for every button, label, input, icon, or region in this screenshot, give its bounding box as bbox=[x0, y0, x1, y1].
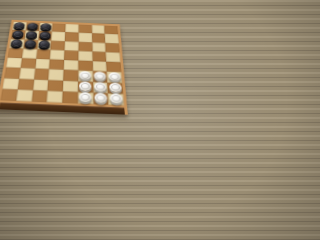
square-d1[interactable] bbox=[47, 91, 63, 103]
square-b4[interactable] bbox=[20, 58, 35, 69]
square-h4[interactable] bbox=[106, 62, 121, 73]
square-c4[interactable] bbox=[35, 59, 50, 70]
white-checker[interactable] bbox=[94, 93, 107, 103]
square-g1[interactable] bbox=[93, 92, 109, 104]
square-b2[interactable] bbox=[18, 78, 34, 90]
white-checker[interactable] bbox=[94, 82, 107, 91]
square-b3[interactable] bbox=[19, 68, 35, 79]
square-a4[interactable] bbox=[6, 57, 22, 68]
square-e2[interactable] bbox=[63, 80, 78, 92]
square-h3[interactable] bbox=[107, 72, 122, 83]
white-checker[interactable] bbox=[79, 81, 91, 90]
checkers-board-frame bbox=[0, 20, 128, 115]
board-scene bbox=[0, 8, 128, 114]
black-checker[interactable] bbox=[25, 40, 37, 48]
black-checker[interactable] bbox=[40, 23, 51, 30]
square-f2[interactable] bbox=[78, 81, 93, 93]
square-g5[interactable] bbox=[92, 51, 106, 61]
black-checker[interactable] bbox=[26, 31, 38, 39]
square-b5[interactable] bbox=[22, 48, 37, 58]
square-c2[interactable] bbox=[33, 79, 49, 91]
square-a2[interactable] bbox=[2, 78, 19, 90]
black-checker[interactable] bbox=[39, 32, 51, 40]
square-g4[interactable] bbox=[92, 61, 107, 72]
square-e1[interactable] bbox=[62, 91, 78, 103]
square-e5[interactable] bbox=[64, 50, 78, 60]
white-checker[interactable] bbox=[108, 72, 121, 81]
square-e3[interactable] bbox=[63, 70, 78, 81]
square-g3[interactable] bbox=[92, 71, 107, 82]
black-checker[interactable] bbox=[14, 22, 26, 29]
square-d2[interactable] bbox=[48, 80, 64, 92]
black-checker[interactable] bbox=[27, 23, 39, 30]
black-checker[interactable] bbox=[38, 40, 50, 48]
square-d3[interactable] bbox=[48, 69, 63, 80]
square-h1[interactable] bbox=[108, 93, 124, 105]
square-d4[interactable] bbox=[49, 59, 64, 70]
square-c5[interactable] bbox=[36, 49, 51, 59]
white-checker[interactable] bbox=[94, 71, 106, 80]
square-h5[interactable] bbox=[106, 52, 121, 62]
white-checker[interactable] bbox=[109, 94, 122, 104]
square-f4[interactable] bbox=[78, 60, 92, 71]
square-f1[interactable] bbox=[78, 92, 93, 104]
square-c1[interactable] bbox=[31, 90, 47, 102]
square-a1[interactable] bbox=[0, 89, 17, 101]
black-checker[interactable] bbox=[12, 30, 24, 38]
square-g2[interactable] bbox=[93, 82, 108, 94]
black-checker[interactable] bbox=[11, 39, 23, 47]
checkers-board bbox=[0, 22, 124, 106]
square-e4[interactable] bbox=[64, 60, 79, 71]
square-a3[interactable] bbox=[4, 67, 20, 78]
square-f3[interactable] bbox=[78, 70, 93, 81]
square-a5[interactable] bbox=[8, 48, 23, 58]
square-c3[interactable] bbox=[34, 69, 50, 80]
square-h2[interactable] bbox=[107, 82, 123, 94]
white-checker[interactable] bbox=[109, 83, 122, 93]
square-b1[interactable] bbox=[16, 89, 33, 101]
white-checker[interactable] bbox=[79, 92, 92, 102]
square-f5[interactable] bbox=[78, 51, 92, 61]
square-d5[interactable] bbox=[50, 50, 64, 60]
white-checker[interactable] bbox=[79, 71, 91, 80]
